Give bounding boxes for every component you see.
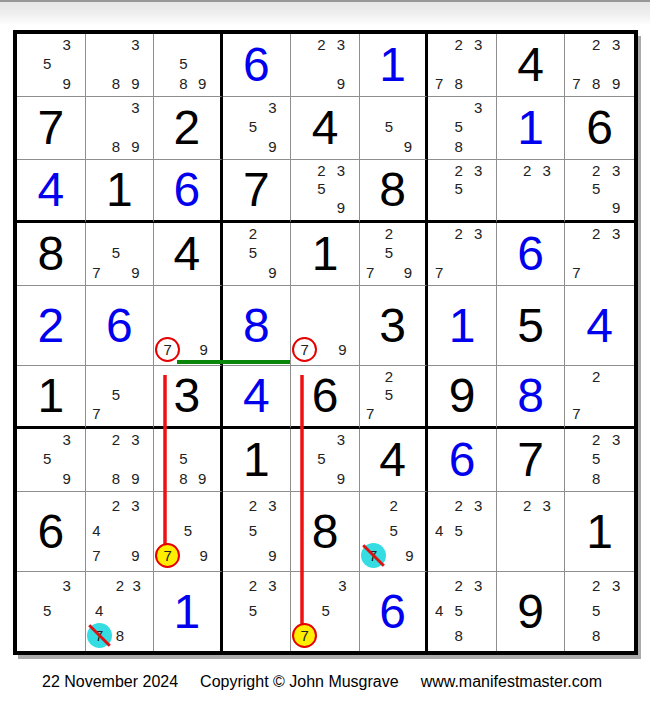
candidate-3: 3: [131, 100, 139, 115]
cell-r6c8[interactable]: 8: [497, 366, 566, 429]
candidate-8: 8: [179, 76, 187, 91]
candidate-4: 4: [435, 523, 443, 538]
window-chrome-strip: [0, 0, 650, 24]
cell-r6c2[interactable]: 57: [86, 366, 155, 429]
cell-r6c5[interactable]: 6: [291, 366, 360, 429]
candidate-grid: 589: [154, 34, 220, 96]
footer: 22 November 2024 Copyright © John Musgra…: [42, 673, 602, 691]
cell-r3c8[interactable]: 23: [497, 160, 566, 223]
candidate-grid: 2579: [360, 223, 426, 285]
candidate-9: 9: [338, 342, 346, 357]
digit-solved: 6: [517, 230, 544, 278]
cell-r5c2[interactable]: 6: [86, 286, 155, 366]
candidate-2: 2: [112, 432, 120, 447]
candidate-5: 5: [249, 603, 257, 618]
candidate-7: 7: [435, 76, 443, 91]
candidate-3: 3: [612, 432, 620, 447]
candidate-grid: 359: [17, 34, 85, 96]
cell-r4c3[interactable]: 4: [154, 223, 223, 286]
candidate-2: 2: [454, 163, 462, 178]
candidate-grid: 358: [428, 97, 496, 159]
cell-r4c9[interactable]: 237: [565, 223, 634, 286]
candidate-grid: 2579: [360, 492, 426, 571]
candidate-8: 8: [112, 139, 120, 154]
cell-r3c2[interactable]: 1: [86, 160, 155, 223]
sudoku-grid: 3593895896239123784237897389235945935816…: [17, 34, 634, 651]
candidate-grid: 23479: [86, 492, 154, 571]
candidate-3: 3: [63, 37, 71, 52]
digit-given: 3: [379, 302, 406, 350]
digit-solved: 6: [174, 166, 201, 214]
candidate-7: 7: [92, 406, 100, 421]
digit-given: 1: [243, 436, 270, 484]
candidate-9: 9: [404, 265, 412, 280]
candidate-2: 2: [249, 226, 257, 241]
candidate-3: 3: [337, 432, 345, 447]
cell-r8c9[interactable]: 1: [565, 492, 634, 572]
candidate-5: 5: [112, 387, 120, 402]
digit-solved: 8: [517, 372, 544, 420]
candidate-8: 8: [454, 76, 462, 91]
candidate-7-cyan-strike: 7: [87, 623, 112, 648]
candidate-grid: 23478: [86, 572, 154, 651]
candidate-3: 3: [474, 100, 482, 115]
candidate-3: 3: [612, 37, 620, 52]
cell-r6c1[interactable]: 1: [17, 366, 86, 429]
digit-given: 9: [449, 372, 476, 420]
candidate-5: 5: [592, 451, 600, 466]
candidate-2: 2: [523, 498, 531, 513]
candidate-grid: 579: [154, 492, 220, 571]
candidate-2: 2: [249, 498, 257, 513]
cell-r1c4[interactable]: 6: [223, 34, 292, 97]
cell-r7c3[interactable]: 589: [154, 429, 223, 492]
candidate-grid: 23: [497, 492, 565, 571]
candidate-5: 5: [592, 181, 600, 196]
candidate-grid: 589: [154, 429, 220, 491]
cell-r5c6[interactable]: 3: [360, 286, 429, 366]
candidate-5: 5: [454, 181, 462, 196]
candidate-9: 9: [63, 76, 71, 91]
candidate-3: 3: [338, 578, 346, 593]
candidate-9: 9: [612, 76, 620, 91]
cell-r3c9[interactable]: 2359: [565, 160, 634, 223]
candidate-2: 2: [317, 163, 325, 178]
cell-r7c8[interactable]: 7: [497, 429, 566, 492]
cell-r8c4[interactable]: 2359: [223, 492, 292, 572]
digit-given: 6: [37, 508, 64, 556]
candidate-2: 2: [592, 432, 600, 447]
cell-r1c8[interactable]: 4: [497, 34, 566, 97]
cell-r2c9[interactable]: 6: [565, 97, 634, 160]
digit-given: 3: [174, 372, 201, 420]
candidate-grid: 237: [428, 223, 496, 285]
cell-r6c4[interactable]: 4: [223, 366, 292, 429]
cell-r2c4[interactable]: 359: [223, 97, 292, 160]
candidate-grid: 79: [291, 286, 359, 365]
digit-solved: 8: [243, 302, 270, 350]
candidate-9: 9: [63, 471, 71, 486]
candidate-8: 8: [116, 628, 124, 643]
candidate-3: 3: [131, 432, 139, 447]
candidate-2: 2: [454, 498, 462, 513]
digit-solved: 6: [106, 302, 133, 350]
cell-r2c6[interactable]: 59: [360, 97, 429, 160]
candidate-5: 5: [385, 387, 393, 402]
candidate-5: 5: [43, 451, 51, 466]
cell-r9c5[interactable]: 357: [291, 572, 360, 651]
candidate-3: 3: [268, 100, 276, 115]
cell-r7c9[interactable]: 2358: [565, 429, 634, 492]
cell-r7c2[interactable]: 2389: [86, 429, 155, 492]
candidate-5: 5: [389, 523, 397, 538]
candidate-3: 3: [63, 578, 71, 593]
candidate-7: 7: [435, 265, 443, 280]
cell-r8c8[interactable]: 23: [497, 492, 566, 572]
candidate-5: 5: [179, 56, 187, 71]
candidate-9: 9: [405, 548, 413, 563]
candidate-4: 4: [95, 603, 103, 618]
candidate-2: 2: [317, 37, 325, 52]
cell-r9c4[interactable]: 235: [223, 572, 292, 651]
digit-given: 7: [37, 104, 64, 152]
page: 3593895896239123784237897389235945935816…: [0, 0, 650, 720]
footer-date: 22 November 2024: [42, 673, 178, 691]
digit-given: 8: [379, 166, 406, 214]
candidate-3: 3: [543, 163, 551, 178]
cell-r8c5[interactable]: 8: [291, 492, 360, 572]
digit-given: 8: [37, 230, 64, 278]
cell-r5c9[interactable]: 4: [565, 286, 634, 366]
candidate-5: 5: [249, 119, 257, 134]
candidate-9: 9: [268, 548, 276, 563]
cell-r3c7[interactable]: 235: [428, 160, 497, 223]
digit-solved: 4: [586, 302, 613, 350]
candidate-grid: 2358: [565, 572, 634, 651]
candidate-2: 2: [389, 498, 397, 513]
candidate-grid: 2359: [223, 492, 291, 571]
cell-r9c9[interactable]: 2358: [565, 572, 634, 651]
cell-r4c7[interactable]: 237: [428, 223, 497, 286]
candidate-9: 9: [198, 76, 206, 91]
candidate-3: 3: [474, 37, 482, 52]
cell-r3c1[interactable]: 4: [17, 160, 86, 223]
candidate-3: 3: [337, 163, 345, 178]
candidate-8: 8: [592, 628, 600, 643]
candidate-3: 3: [63, 432, 71, 447]
candidate-3: 3: [131, 498, 139, 513]
candidate-grid: 35: [17, 572, 85, 651]
candidate-9: 9: [131, 76, 139, 91]
candidate-5: 5: [317, 181, 325, 196]
cell-r9c2[interactable]: 23478: [86, 572, 155, 651]
digit-given: 8: [312, 508, 339, 556]
digit-given: 4: [517, 41, 544, 89]
candidate-2: 2: [454, 578, 462, 593]
digit-given: 1: [37, 372, 64, 420]
candidate-grid: 2359: [291, 160, 359, 220]
candidate-5: 5: [184, 523, 192, 538]
cell-r1c3[interactable]: 589: [154, 34, 223, 97]
candidate-grid: 2359: [565, 160, 634, 220]
cell-r1c5[interactable]: 239: [291, 34, 360, 97]
cell-r3c3[interactable]: 6: [154, 160, 223, 223]
candidate-grid: 357: [291, 572, 359, 651]
digit-solved: 6: [449, 436, 476, 484]
cell-r8c1[interactable]: 6: [17, 492, 86, 572]
cell-r5c3[interactable]: 79: [154, 286, 223, 366]
candidate-2: 2: [454, 226, 462, 241]
candidate-9: 9: [612, 200, 620, 215]
candidate-5: 5: [43, 56, 51, 71]
cell-r2c3[interactable]: 2: [154, 97, 223, 160]
digit-solved: 6: [243, 41, 270, 89]
digit-given: 7: [517, 436, 544, 484]
candidate-5: 5: [112, 245, 120, 260]
cell-r4c1[interactable]: 8: [17, 223, 86, 286]
cell-r1c7[interactable]: 2378: [428, 34, 497, 97]
candidate-4: 4: [92, 523, 100, 538]
candidate-9: 9: [337, 471, 345, 486]
cell-r3c6[interactable]: 8: [360, 160, 429, 223]
digit-given: 6: [586, 104, 613, 152]
cell-r2c2[interactable]: 389: [86, 97, 155, 160]
digit-solved: 1: [174, 588, 201, 636]
cell-r6c3[interactable]: 3: [154, 366, 223, 429]
candidate-5: 5: [454, 603, 462, 618]
candidate-9: 9: [131, 139, 139, 154]
candidate-9: 9: [337, 200, 345, 215]
cell-r2c8[interactable]: 1: [497, 97, 566, 160]
candidate-grid: 359: [291, 429, 359, 491]
digit-solved: 1: [379, 41, 406, 89]
candidate-8: 8: [454, 139, 462, 154]
candidate-2: 2: [116, 578, 124, 593]
candidate-9: 9: [131, 265, 139, 280]
candidate-8: 8: [592, 471, 600, 486]
candidate-5: 5: [454, 523, 462, 538]
candidate-2: 2: [523, 163, 531, 178]
candidate-grid: 259: [223, 223, 291, 285]
cell-r8c2[interactable]: 23479: [86, 492, 155, 572]
digit-given: 4: [379, 436, 406, 484]
candidate-8: 8: [112, 471, 120, 486]
candidate-7: 7: [366, 265, 374, 280]
candidate-7-yellow-circle: 7: [155, 543, 180, 568]
candidate-9: 9: [404, 139, 412, 154]
cell-r4c2[interactable]: 579: [86, 223, 155, 286]
digit-solved: 4: [37, 166, 64, 214]
digit-given: 2: [174, 104, 201, 152]
candidate-3: 3: [612, 578, 620, 593]
candidate-8: 8: [454, 628, 462, 643]
digit-solved: 1: [449, 302, 476, 350]
candidate-grid: 359: [17, 429, 85, 491]
cell-r4c8[interactable]: 6: [497, 223, 566, 286]
digit-given: 6: [312, 372, 339, 420]
cell-r3c5[interactable]: 2359: [291, 160, 360, 223]
cell-r5c5[interactable]: 79: [291, 286, 360, 366]
footer-copyright: Copyright © John Musgrave: [200, 673, 399, 691]
candidate-7: 7: [92, 265, 100, 280]
cell-r8c6[interactable]: 2579: [360, 492, 429, 572]
candidate-7: 7: [366, 406, 374, 421]
cell-r2c5[interactable]: 4: [291, 97, 360, 160]
digit-given: 7: [243, 166, 270, 214]
candidate-3: 3: [268, 498, 276, 513]
candidate-9: 9: [337, 76, 345, 91]
cell-r9c6[interactable]: 6: [360, 572, 429, 651]
candidate-grid: 579: [86, 223, 154, 285]
candidate-7: 7: [92, 548, 100, 563]
candidate-3: 3: [612, 226, 620, 241]
candidate-grid: 2345: [428, 492, 496, 571]
candidate-5: 5: [454, 119, 462, 134]
cell-r5c4[interactable]: 8: [223, 286, 292, 366]
candidate-3: 3: [133, 578, 141, 593]
cell-r1c6[interactable]: 1: [360, 34, 429, 97]
candidate-7-red-circle: 7: [155, 337, 180, 362]
candidate-8: 8: [179, 471, 187, 486]
candidate-grid: 237: [565, 223, 634, 285]
cell-r5c7[interactable]: 1: [428, 286, 497, 366]
cell-r6c6[interactable]: 257: [360, 366, 429, 429]
cell-r7c1[interactable]: 359: [17, 429, 86, 492]
cell-r4c4[interactable]: 259: [223, 223, 292, 286]
candidate-2: 2: [592, 226, 600, 241]
cell-r1c1[interactable]: 359: [17, 34, 86, 97]
candidate-2: 2: [385, 226, 393, 241]
digit-given: 1: [106, 166, 133, 214]
candidate-2: 2: [592, 578, 600, 593]
candidate-grid: 57: [86, 366, 154, 426]
candidate-5: 5: [317, 451, 325, 466]
candidate-2: 2: [249, 578, 257, 593]
candidate-2: 2: [592, 369, 600, 384]
candidate-9: 9: [268, 139, 276, 154]
candidate-3: 3: [474, 578, 482, 593]
candidate-8: 8: [112, 76, 120, 91]
cell-r9c3[interactable]: 1: [154, 572, 223, 651]
candidate-grid: 257: [360, 366, 426, 426]
candidate-4: 4: [435, 603, 443, 618]
digit-given: 1: [312, 230, 339, 278]
cell-r5c8[interactable]: 5: [497, 286, 566, 366]
candidate-grid: 79: [154, 286, 220, 365]
candidate-5: 5: [385, 245, 393, 260]
digit-given: 4: [312, 104, 339, 152]
candidate-grid: 2389: [86, 429, 154, 491]
candidate-grid: 389: [86, 97, 154, 159]
candidate-2: 2: [454, 37, 462, 52]
cell-r4c6[interactable]: 2579: [360, 223, 429, 286]
footer-website[interactable]: www.manifestmaster.com: [421, 673, 602, 691]
digit-solved: 4: [243, 372, 270, 420]
candidate-9: 9: [198, 471, 206, 486]
cell-r7c4[interactable]: 1: [223, 429, 292, 492]
candidate-grid: 359: [223, 97, 291, 159]
candidate-3: 3: [474, 498, 482, 513]
candidate-9: 9: [131, 548, 139, 563]
cell-r6c7[interactable]: 9: [428, 366, 497, 429]
cell-r9c8[interactable]: 9: [497, 572, 566, 651]
cell-r2c1[interactable]: 7: [17, 97, 86, 160]
digit-solved: 1: [517, 104, 544, 152]
candidate-9: 9: [131, 471, 139, 486]
candidate-7-red-circle: 7: [292, 337, 317, 362]
cell-r7c6[interactable]: 4: [360, 429, 429, 492]
digit-given: 1: [586, 508, 613, 556]
candidate-3: 3: [337, 37, 345, 52]
candidate-8: 8: [592, 76, 600, 91]
cell-r3c4[interactable]: 7: [223, 160, 292, 223]
digit-solved: 6: [379, 588, 406, 636]
candidate-grid: 235: [428, 160, 496, 220]
cell-r2c7[interactable]: 358: [428, 97, 497, 160]
candidate-5: 5: [249, 523, 257, 538]
candidate-2: 2: [592, 163, 600, 178]
candidate-5: 5: [249, 245, 257, 260]
candidate-3: 3: [268, 578, 276, 593]
candidate-grid: 23789: [565, 34, 634, 96]
candidate-2: 2: [112, 498, 120, 513]
candidate-3: 3: [543, 498, 551, 513]
digit-given: 4: [174, 230, 201, 278]
cell-r6c9[interactable]: 27: [565, 366, 634, 429]
candidate-5: 5: [321, 603, 329, 618]
candidate-grid: 59: [360, 97, 426, 159]
cell-r8c3[interactable]: 579: [154, 492, 223, 572]
candidate-grid: 389: [86, 34, 154, 96]
candidate-grid: 239: [291, 34, 359, 96]
candidate-5: 5: [385, 119, 393, 134]
candidate-9: 9: [200, 548, 208, 563]
candidate-grid: 235: [223, 572, 291, 651]
candidate-7-yellow-circle: 7: [292, 623, 317, 648]
candidate-9: 9: [268, 265, 276, 280]
candidate-5: 5: [43, 603, 51, 618]
cell-r9c7[interactable]: 23458: [428, 572, 497, 651]
digit-solved: 2: [37, 302, 64, 350]
candidate-3: 3: [474, 226, 482, 241]
cell-r5c1[interactable]: 2: [17, 286, 86, 366]
candidate-5: 5: [179, 451, 187, 466]
candidate-grid: 27: [565, 366, 634, 426]
cell-r4c5[interactable]: 1: [291, 223, 360, 286]
candidate-grid: 23458: [428, 572, 496, 651]
cell-r1c9[interactable]: 23789: [565, 34, 634, 97]
cell-r1c2[interactable]: 389: [86, 34, 155, 97]
digit-given: 5: [517, 302, 544, 350]
cell-r7c5[interactable]: 359: [291, 429, 360, 492]
candidate-9: 9: [200, 342, 208, 357]
candidate-3: 3: [474, 163, 482, 178]
candidate-grid: 2378: [428, 34, 496, 96]
candidate-5: 5: [592, 603, 600, 618]
cell-r9c1[interactable]: 35: [17, 572, 86, 651]
candidate-grid: 2358: [565, 429, 634, 491]
candidate-2: 2: [385, 369, 393, 384]
sudoku-board: 3593895896239123784237897389235945935816…: [13, 30, 638, 655]
cell-r7c7[interactable]: 6: [428, 429, 497, 492]
candidate-grid: 23: [497, 160, 565, 220]
cell-r8c7[interactable]: 2345: [428, 492, 497, 572]
candidate-7: 7: [572, 265, 580, 280]
candidate-3: 3: [131, 37, 139, 52]
candidate-3: 3: [612, 163, 620, 178]
candidate-2: 2: [592, 37, 600, 52]
candidate-7-cyan-strike: 7: [361, 543, 386, 568]
